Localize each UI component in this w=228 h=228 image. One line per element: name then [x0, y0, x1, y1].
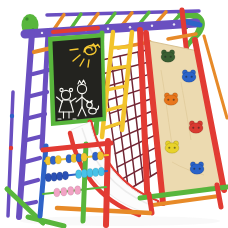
abacus-bead	[55, 155, 61, 164]
abacus-bead	[97, 151, 103, 160]
rung-knob	[9, 146, 13, 150]
climbing-hold	[164, 93, 178, 105]
climbing-hold	[161, 50, 175, 62]
rung-knob	[10, 114, 14, 118]
climbing-hold	[190, 162, 204, 174]
beam-hole	[151, 25, 153, 27]
abacus-bead	[51, 173, 57, 182]
abacus-right-post	[106, 141, 108, 225]
abacus-bead	[68, 187, 74, 196]
blue-beam-end	[185, 22, 200, 26]
yellow-ladder-rung	[111, 47, 130, 48]
abacus-bead	[61, 187, 67, 196]
abacus-bead	[62, 171, 68, 180]
abacus-bead	[76, 170, 82, 179]
climbing-hold	[182, 70, 196, 82]
climbing-hold	[165, 141, 179, 153]
beam-hole	[107, 28, 109, 30]
abacus-bead	[81, 153, 87, 162]
beam-hole	[41, 32, 43, 34]
beam-hole	[129, 26, 131, 28]
abacus-bead	[93, 168, 99, 177]
abacus-bead	[75, 186, 81, 195]
beam-hole	[173, 23, 175, 25]
climbing-hold	[189, 121, 203, 133]
abacus-bead	[57, 172, 63, 181]
product-photo	[0, 0, 228, 228]
abacus-bead	[98, 167, 104, 176]
abacus-bead	[54, 188, 60, 197]
base-leg-red	[149, 194, 152, 213]
wheel-disc-hole	[25, 17, 28, 20]
abacus-bead	[45, 173, 51, 182]
abacus-bead	[87, 169, 93, 178]
abacus-bead	[81, 169, 87, 178]
